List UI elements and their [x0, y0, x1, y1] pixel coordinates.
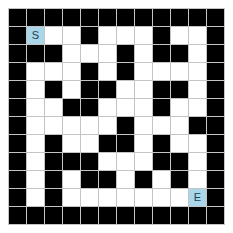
- cell-8-4-wall: [81, 153, 98, 170]
- cell-8-10-path: [189, 153, 206, 170]
- cell-4-11-wall: [207, 81, 224, 98]
- cell-0-9-wall: [171, 9, 188, 26]
- cell-11-1-wall: [27, 207, 44, 224]
- cell-9-2-wall: [45, 171, 62, 188]
- cell-1-9-path: [171, 27, 188, 44]
- maze-board: SE: [8, 8, 225, 225]
- cell-0-2-wall: [45, 9, 62, 26]
- cell-4-4-wall: [81, 81, 98, 98]
- cell-10-11-wall: [207, 189, 224, 206]
- cell-6-1-path: [27, 117, 44, 134]
- cell-2-10-path: [189, 45, 206, 62]
- cell-11-2-wall: [45, 207, 62, 224]
- cell-4-10-path: [189, 81, 206, 98]
- cell-5-1-path: [27, 99, 44, 116]
- cell-1-7-path: [135, 27, 152, 44]
- cell-9-1-path: [27, 171, 44, 188]
- cell-9-7-wall: [135, 171, 152, 188]
- cell-6-7-path: [135, 117, 152, 134]
- cell-3-8-path: [153, 63, 170, 80]
- cell-5-5-path: [99, 99, 116, 116]
- cell-4-6-path: [117, 81, 134, 98]
- cell-7-9-path: [171, 135, 188, 152]
- cell-9-9-wall: [171, 171, 188, 188]
- cell-4-1-path: [27, 81, 44, 98]
- cell-3-10-path: [189, 63, 206, 80]
- cell-7-5-wall: [99, 135, 116, 152]
- cell-9-4-wall: [81, 171, 98, 188]
- cell-7-4-path: [81, 135, 98, 152]
- cell-2-3-path: [63, 45, 80, 62]
- cell-3-1-path: [27, 63, 44, 80]
- cell-6-8-path: [153, 117, 170, 134]
- cell-0-4-wall: [81, 9, 98, 26]
- cell-1-8-wall: [153, 27, 170, 44]
- cell-8-5-path: [99, 153, 116, 170]
- cell-6-10-wall: [189, 117, 206, 134]
- cell-8-0-wall: [9, 153, 26, 170]
- cell-5-11-wall: [207, 99, 224, 116]
- cell-5-8-wall: [153, 99, 170, 116]
- cell-6-4-path: [81, 117, 98, 134]
- cell-4-8-wall: [153, 81, 170, 98]
- cell-11-3-wall: [63, 207, 80, 224]
- cell-8-3-wall: [63, 153, 80, 170]
- cell-10-8-path: [153, 189, 170, 206]
- cell-1-10-path: [189, 27, 206, 44]
- cell-5-6-path: [117, 99, 134, 116]
- cell-0-10-wall: [189, 9, 206, 26]
- cell-1-6-path: [117, 27, 134, 44]
- cell-10-2-wall: [45, 189, 62, 206]
- cell-2-0-wall: [9, 45, 26, 62]
- cell-11-11-wall: [207, 207, 224, 224]
- cell-7-11-wall: [207, 135, 224, 152]
- cell-11-9-wall: [171, 207, 188, 224]
- cell-0-7-wall: [135, 9, 152, 26]
- cell-11-10-wall: [189, 207, 206, 224]
- cell-6-0-wall: [9, 117, 26, 134]
- cell-8-6-path: [117, 153, 134, 170]
- cell-3-0-wall: [9, 63, 26, 80]
- cell-7-2-wall: [45, 135, 62, 152]
- cell-5-0-wall: [9, 99, 26, 116]
- cell-8-2-wall: [45, 153, 62, 170]
- cell-8-1-path: [27, 153, 44, 170]
- cell-6-2-path: [45, 117, 62, 134]
- cell-2-11-wall: [207, 45, 224, 62]
- cell-0-3-wall: [63, 9, 80, 26]
- cell-9-5-wall: [99, 171, 116, 188]
- cell-4-7-path: [135, 81, 152, 98]
- cell-6-9-path: [171, 117, 188, 134]
- cell-5-9-path: [171, 99, 188, 116]
- cell-5-7-path: [135, 99, 152, 116]
- cell-0-6-wall: [117, 9, 134, 26]
- cell-11-8-wall: [153, 207, 170, 224]
- cell-10-5-path: [99, 189, 116, 206]
- cell-11-4-wall: [81, 207, 98, 224]
- cell-9-3-path: [63, 171, 80, 188]
- cell-7-1-path: [27, 135, 44, 152]
- cell-1-3-path: [63, 27, 80, 44]
- cell-2-1-wall: [27, 45, 44, 62]
- cell-7-0-wall: [9, 135, 26, 152]
- cell-5-4-wall: [81, 99, 98, 116]
- cell-4-0-wall: [9, 81, 26, 98]
- cell-4-5-wall: [99, 81, 116, 98]
- cell-8-9-wall: [171, 153, 188, 170]
- cell-7-10-path: [189, 135, 206, 152]
- cell-0-1-wall: [27, 9, 44, 26]
- cell-2-2-wall: [45, 45, 62, 62]
- cell-11-7-wall: [135, 207, 152, 224]
- maze-page: SE: [0, 0, 233, 233]
- cell-3-5-path: [99, 63, 116, 80]
- cell-10-4-path: [81, 189, 98, 206]
- cell-10-0-wall: [9, 189, 26, 206]
- cell-4-2-wall: [45, 81, 62, 98]
- cell-5-10-path: [189, 99, 206, 116]
- cell-7-8-wall: [153, 135, 170, 152]
- cell-3-2-path: [45, 63, 62, 80]
- cell-7-7-path: [135, 135, 152, 152]
- cell-0-0-wall: [9, 9, 26, 26]
- cell-6-6-wall: [117, 117, 134, 134]
- cell-4-3-path: [63, 81, 80, 98]
- cell-1-5-path: [99, 27, 116, 44]
- cell-9-8-path: [153, 171, 170, 188]
- cell-0-5-wall: [99, 9, 116, 26]
- cell-3-11-wall: [207, 63, 224, 80]
- cell-8-7-path: [135, 153, 152, 170]
- cell-11-5-wall: [99, 207, 116, 224]
- cell-9-10-path: [189, 171, 206, 188]
- cell-10-9-path: [171, 189, 188, 206]
- cell-1-4-wall: [81, 27, 98, 44]
- cell-2-5-path: [99, 45, 116, 62]
- cell-3-3-path: [63, 63, 80, 80]
- cell-2-7-path: [135, 45, 152, 62]
- cell-10-7-path: [135, 189, 152, 206]
- cell-1-11-wall: [207, 27, 224, 44]
- cell-0-11-wall: [207, 9, 224, 26]
- cell-10-10-end: E: [189, 189, 206, 206]
- cell-11-6-wall: [117, 207, 134, 224]
- cell-2-6-wall: [117, 45, 134, 62]
- cell-2-4-path: [81, 45, 98, 62]
- cell-10-3-path: [63, 189, 80, 206]
- cell-3-7-path: [135, 63, 152, 80]
- cell-9-6-path: [117, 171, 134, 188]
- cell-8-11-wall: [207, 153, 224, 170]
- cell-3-9-path: [171, 63, 188, 80]
- cell-7-6-wall: [117, 135, 134, 152]
- cell-8-8-wall: [153, 153, 170, 170]
- cell-3-6-wall: [117, 63, 134, 80]
- cell-7-3-path: [63, 135, 80, 152]
- cell-9-0-wall: [9, 171, 26, 188]
- cell-6-11-wall: [207, 117, 224, 134]
- cell-0-8-wall: [153, 9, 170, 26]
- cell-10-6-path: [117, 189, 134, 206]
- cell-6-5-path: [99, 117, 116, 134]
- cell-5-2-path: [45, 99, 62, 116]
- cell-5-3-wall: [63, 99, 80, 116]
- cell-11-0-wall: [9, 207, 26, 224]
- cell-2-8-wall: [153, 45, 170, 62]
- cell-6-3-path: [63, 117, 80, 134]
- cell-1-2-path: [45, 27, 62, 44]
- cell-1-1-start: S: [27, 27, 44, 44]
- cell-1-0-wall: [9, 27, 26, 44]
- cell-9-11-wall: [207, 171, 224, 188]
- cell-10-1-path: [27, 189, 44, 206]
- cell-3-4-wall: [81, 63, 98, 80]
- cell-4-9-wall: [171, 81, 188, 98]
- cell-2-9-wall: [171, 45, 188, 62]
